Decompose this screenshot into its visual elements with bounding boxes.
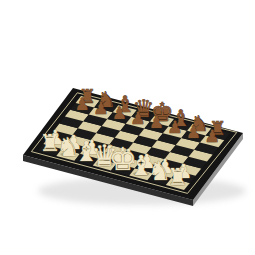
black-pawn-h7[interactable]: ♟ bbox=[204, 126, 219, 146]
photo-background: { "game": "chess", "position": "rnbqkbnr… bbox=[0, 0, 255, 255]
black-pawn-d7[interactable]: ♟ bbox=[130, 108, 145, 128]
black-pawn-f7[interactable]: ♟ bbox=[167, 117, 182, 137]
chessboard: ♜♞♝♛♚♝♞♜♟♟♟♟♟♟♟♟♟♟♟♟♟♟♟♟♜♞♝♛♚♝♞♜ bbox=[0, 0, 255, 255]
black-pawn-a7[interactable]: ♟ bbox=[75, 94, 90, 114]
black-pawn-c7[interactable]: ♟ bbox=[112, 103, 127, 123]
white-rook-h1[interactable]: ♜ bbox=[167, 163, 188, 191]
black-pawn-e7[interactable]: ♟ bbox=[149, 112, 164, 132]
chess-set-product-photo: ♜♞♝♛♚♝♞♜♟♟♟♟♟♟♟♟♟♟♟♟♟♟♟♟♜♞♝♛♚♝♞♜ bbox=[0, 0, 255, 255]
black-pawn-b7[interactable]: ♟ bbox=[93, 98, 108, 118]
black-pawn-g7[interactable]: ♟ bbox=[186, 122, 201, 142]
